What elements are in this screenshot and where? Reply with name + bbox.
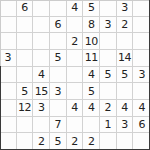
cell-r9c7[interactable] [100,133,117,150]
cell-r3c5[interactable]: 2 [67,33,84,50]
cell-r2c4[interactable]: 6 [50,17,67,34]
cell-r2c6[interactable]: 8 [83,17,100,34]
cell-r4c3[interactable] [33,50,50,67]
cell-r1c5[interactable]: 4 [67,0,84,17]
cell-r8c4[interactable]: 7 [50,117,67,134]
cell-r9c9[interactable] [133,133,150,150]
board-edge-left-upper [0,0,1,66]
cell-r4c9[interactable] [133,50,150,67]
cell-r8c8[interactable]: 3 [117,117,134,134]
cell-r2c1[interactable] [0,17,17,34]
cell-r8c5[interactable] [67,117,84,134]
cell-r1c1[interactable] [0,0,17,17]
cell-r7c6[interactable]: 4 [83,100,100,117]
cell-r4c8[interactable]: 14 [117,50,134,67]
cell-r6c4[interactable]: 3 [50,83,67,100]
cell-r6c9[interactable] [133,83,150,100]
cell-r1c2[interactable]: 6 [17,0,34,17]
cell-r8c6[interactable] [83,117,100,134]
cell-r8c7[interactable]: 1 [100,117,117,134]
cell-r3c7[interactable] [100,33,117,50]
cell-r8c3[interactable] [33,117,50,134]
cell-r3c1[interactable] [0,33,17,50]
cell-r5c2[interactable] [17,67,34,84]
cell-r6c3[interactable]: 15 [33,83,50,100]
cell-r1c7[interactable] [100,0,117,17]
board-edge-right [149,0,150,150]
cell-r7c2[interactable]: 12 [17,100,34,117]
cell-r4c1[interactable]: 3 [0,50,17,67]
cell-r6c6[interactable]: 5 [83,83,100,100]
cell-r7c5[interactable]: 4 [67,100,84,117]
cell-r1c9[interactable] [133,0,150,17]
cell-r5c6[interactable]: 4 [83,67,100,84]
cell-r3c8[interactable] [117,33,134,50]
cell-r3c3[interactable] [33,33,50,50]
cell-r5c9[interactable]: 3 [133,67,150,84]
cell-r9c2[interactable] [17,133,34,150]
cell-r6c1[interactable] [0,83,17,100]
cell-r6c5[interactable] [67,83,84,100]
board-edge-left-lower [0,66,1,150]
cell-r3c9[interactable] [133,33,150,50]
cell-r2c8[interactable]: 2 [117,17,134,34]
puzzle-grid: 6453683221035111444553515351234424471362… [0,0,150,150]
cell-r1c8[interactable]: 3 [117,0,134,17]
cell-r2c7[interactable]: 3 [100,17,117,34]
cell-r4c5[interactable] [67,50,84,67]
cell-r7c7[interactable]: 2 [100,100,117,117]
cell-r5c4[interactable] [50,67,67,84]
cell-r7c4[interactable] [50,100,67,117]
cell-r5c3[interactable]: 4 [33,67,50,84]
cell-r9c3[interactable]: 2 [33,133,50,150]
cell-r1c3[interactable] [33,0,50,17]
cell-r6c2[interactable]: 5 [17,83,34,100]
cell-r7c3[interactable]: 3 [33,100,50,117]
cell-r9c1[interactable] [0,133,17,150]
cell-r3c2[interactable] [17,33,34,50]
cell-r1c6[interactable]: 5 [83,0,100,17]
cell-r7c1[interactable] [0,100,17,117]
cell-r4c2[interactable] [17,50,34,67]
cell-r9c8[interactable] [117,133,134,150]
board-edge-top [0,0,150,1]
cell-r9c5[interactable]: 2 [67,133,84,150]
cell-r6c7[interactable] [100,83,117,100]
cell-r6c8[interactable] [117,83,134,100]
cell-r4c4[interactable]: 5 [50,50,67,67]
cell-r9c4[interactable]: 5 [50,133,67,150]
cell-r2c5[interactable] [67,17,84,34]
cell-r5c1[interactable] [0,67,17,84]
cell-r7c9[interactable]: 4 [133,100,150,117]
cell-r5c7[interactable]: 5 [100,67,117,84]
cell-r2c3[interactable] [33,17,50,34]
cell-r3c6[interactable]: 10 [83,33,100,50]
cell-r8c9[interactable]: 6 [133,117,150,134]
cell-r9c6[interactable]: 2 [83,133,100,150]
cell-r4c7[interactable] [100,50,117,67]
cell-r2c2[interactable] [17,17,34,34]
cell-r5c5[interactable] [67,67,84,84]
puzzle-board: 6453683221035111444553515351234424471362… [0,0,150,150]
cell-r8c1[interactable] [0,117,17,134]
cell-r4c6[interactable]: 11 [83,50,100,67]
cell-r8c2[interactable] [17,117,34,134]
cell-r3c4[interactable] [50,33,67,50]
cell-r1c4[interactable] [50,0,67,17]
cell-r7c8[interactable]: 4 [117,100,134,117]
cell-r2c9[interactable] [133,17,150,34]
cell-r5c8[interactable]: 5 [117,67,134,84]
board-edge-bottom [0,149,150,150]
